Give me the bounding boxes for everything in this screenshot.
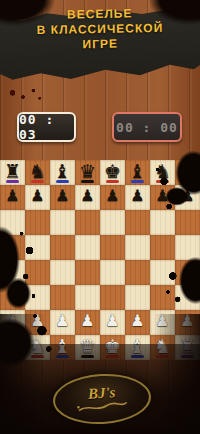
square-d1[interactable]: ♛ <box>75 335 100 360</box>
square-g2[interactable]: ♟ <box>150 310 175 335</box>
logo-flourish <box>76 399 129 414</box>
square-h1[interactable]: ♜ <box>175 335 200 360</box>
piece-felt-base <box>81 355 94 358</box>
square-b7[interactable]: ♟ <box>25 185 50 210</box>
square-g3[interactable] <box>150 285 175 310</box>
piece-felt-base <box>31 180 44 183</box>
square-b5[interactable] <box>25 235 50 260</box>
square-d4[interactable] <box>75 260 100 285</box>
piece-black-pawn[interactable]: ♟ <box>125 184 150 207</box>
square-e2[interactable]: ♟ <box>100 310 125 335</box>
square-d3[interactable] <box>75 285 100 310</box>
square-f3[interactable] <box>125 285 150 310</box>
white-timer: 00 : 03 <box>17 112 76 142</box>
piece-white-pawn[interactable]: ♟ <box>150 309 175 332</box>
square-f4[interactable] <box>125 260 150 285</box>
piece-black-pawn[interactable]: ♟ <box>175 184 200 207</box>
square-c5[interactable] <box>50 235 75 260</box>
piece-felt-base <box>156 355 169 358</box>
square-b1[interactable]: ♞ <box>25 335 50 360</box>
square-h3[interactable] <box>175 285 200 310</box>
square-f2[interactable]: ♟ <box>125 310 150 335</box>
square-g5[interactable] <box>150 235 175 260</box>
piece-black-pawn[interactable]: ♟ <box>25 184 50 207</box>
piece-felt-base <box>6 355 19 358</box>
piece-felt-base <box>106 355 119 358</box>
piece-felt-base <box>131 180 144 183</box>
piece-black-pawn[interactable]: ♟ <box>0 184 25 207</box>
square-g8[interactable]: ♞ <box>150 160 175 185</box>
white-timer-value: 00 : 03 <box>19 112 74 142</box>
square-a1[interactable]: ♜ <box>0 335 25 360</box>
square-e6[interactable] <box>100 210 125 235</box>
square-c8[interactable]: ♝ <box>50 160 75 185</box>
square-f1[interactable]: ♝ <box>125 335 150 360</box>
piece-felt-base <box>156 180 169 183</box>
piece-white-pawn[interactable]: ♟ <box>100 309 125 332</box>
piece-felt-base <box>31 355 44 358</box>
square-f7[interactable]: ♟ <box>125 185 150 210</box>
app-screen: ВЕСЕЛЬЕ В КЛАССИЧЕСКОЙ ИГРЕ 00 : 03 00 :… <box>0 0 200 434</box>
square-e3[interactable] <box>100 285 125 310</box>
piece-black-pawn[interactable]: ♟ <box>75 184 100 207</box>
square-b2[interactable]: ♟ <box>25 310 50 335</box>
piece-felt-base <box>56 180 69 183</box>
square-b4[interactable] <box>25 260 50 285</box>
piece-white-pawn[interactable]: ♟ <box>25 309 50 332</box>
square-c4[interactable] <box>50 260 75 285</box>
chess-board: ♜♞♝♛♚♝♞♜♟♟♟♟♟♟♟♟♟♟♟♟♟♟♟♟♜♞♝♛♚♝♞♜ <box>0 160 200 360</box>
square-g1[interactable]: ♞ <box>150 335 175 360</box>
piece-white-pawn[interactable]: ♟ <box>0 309 25 332</box>
piece-felt-base <box>56 355 69 358</box>
square-a6[interactable] <box>0 210 25 235</box>
square-c1[interactable]: ♝ <box>50 335 75 360</box>
square-e4[interactable] <box>100 260 125 285</box>
square-d2[interactable]: ♟ <box>75 310 100 335</box>
square-h8[interactable]: ♜ <box>175 160 200 185</box>
square-a2[interactable]: ♟ <box>0 310 25 335</box>
piece-felt-base <box>131 355 144 358</box>
promo-banner-text: ВЕСЕЛЬЕ В КЛАССИЧЕСКОЙ ИГРЕ <box>0 5 200 53</box>
square-a5[interactable] <box>0 235 25 260</box>
square-h4[interactable] <box>175 260 200 285</box>
square-f8[interactable]: ♝ <box>125 160 150 185</box>
square-a7[interactable]: ♟ <box>0 185 25 210</box>
black-timer-value: 00 : 00 <box>116 120 178 135</box>
piece-felt-base <box>81 180 94 183</box>
square-g6[interactable] <box>150 210 175 235</box>
square-h7[interactable]: ♟ <box>175 185 200 210</box>
square-b3[interactable] <box>25 285 50 310</box>
square-f6[interactable] <box>125 210 150 235</box>
square-e8[interactable]: ♚ <box>100 160 125 185</box>
square-c7[interactable]: ♟ <box>50 185 75 210</box>
square-a3[interactable] <box>0 285 25 310</box>
square-d5[interactable] <box>75 235 100 260</box>
piece-felt-base <box>106 180 119 183</box>
piece-white-pawn[interactable]: ♟ <box>125 309 150 332</box>
piece-white-pawn[interactable]: ♟ <box>75 309 100 332</box>
square-c3[interactable] <box>50 285 75 310</box>
piece-white-pawn[interactable]: ♟ <box>175 309 200 332</box>
square-g4[interactable] <box>150 260 175 285</box>
piece-felt-base <box>181 355 194 358</box>
developer-logo-text: BJ's <box>88 385 116 400</box>
piece-black-pawn[interactable]: ♟ <box>100 184 125 207</box>
square-g7[interactable]: ♟ <box>150 185 175 210</box>
piece-black-pawn[interactable]: ♟ <box>150 184 175 207</box>
black-timer: 00 : 00 <box>112 112 182 142</box>
square-e5[interactable] <box>100 235 125 260</box>
square-c6[interactable] <box>50 210 75 235</box>
piece-white-pawn[interactable]: ♟ <box>50 309 75 332</box>
square-e1[interactable]: ♚ <box>100 335 125 360</box>
square-f5[interactable] <box>125 235 150 260</box>
square-d8[interactable]: ♛ <box>75 160 100 185</box>
square-b8[interactable]: ♞ <box>25 160 50 185</box>
square-h5[interactable] <box>175 235 200 260</box>
square-d7[interactable]: ♟ <box>75 185 100 210</box>
square-h2[interactable]: ♟ <box>175 310 200 335</box>
square-e7[interactable]: ♟ <box>100 185 125 210</box>
square-a4[interactable] <box>0 260 25 285</box>
piece-black-pawn[interactable]: ♟ <box>50 184 75 207</box>
square-h6[interactable] <box>175 210 200 235</box>
piece-felt-base <box>6 180 19 183</box>
square-c2[interactable]: ♟ <box>50 310 75 335</box>
square-a8[interactable]: ♜ <box>0 160 25 185</box>
piece-felt-base <box>181 180 194 183</box>
square-d6[interactable] <box>75 210 100 235</box>
square-b6[interactable] <box>25 210 50 235</box>
